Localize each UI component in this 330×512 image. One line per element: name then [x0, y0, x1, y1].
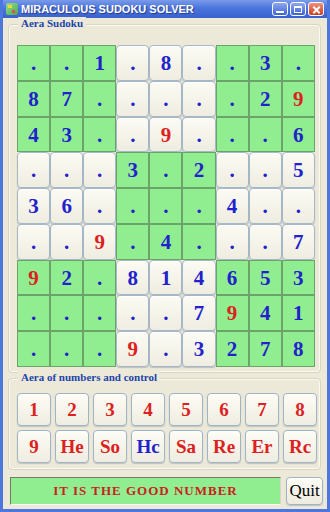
cell-r3c8[interactable]: . [249, 117, 282, 153]
given-number: 9 [128, 337, 139, 361]
window-title: MIRACULOUS SUDOKU SOLVER [21, 3, 269, 15]
given-number: 2 [194, 158, 205, 182]
cell-r5c8[interactable]: . [249, 188, 282, 224]
cell-r4c6[interactable]: 2 [182, 152, 215, 188]
minimize-icon [276, 11, 284, 13]
cell-r1c2[interactable]: . [50, 45, 83, 81]
empty-dot: . [229, 158, 234, 182]
button-Re[interactable]: Re [207, 430, 241, 463]
empty-dot: . [163, 158, 168, 182]
cell-r7c7[interactable]: 6 [216, 260, 249, 296]
given-number: 7 [61, 87, 72, 111]
cell-r6c5[interactable]: 4 [149, 224, 182, 260]
given-number: 4 [260, 301, 271, 325]
cell-r6c7[interactable]: . [216, 224, 249, 260]
given-number: 1 [161, 266, 172, 290]
empty-dot: . [64, 230, 69, 254]
button-7[interactable]: 7 [245, 393, 279, 426]
empty-dot: . [130, 194, 135, 218]
cell-r1c7[interactable]: . [216, 45, 249, 81]
app-icon [6, 3, 18, 15]
given-number: 7 [293, 230, 304, 254]
cell-r5c7[interactable]: 4 [216, 188, 249, 224]
cell-r5c1[interactable]: 3 [17, 188, 50, 224]
cell-r8c6[interactable]: 7 [182, 295, 215, 331]
empty-dot: . [163, 194, 168, 218]
quit-button[interactable]: Quit [286, 477, 323, 505]
cell-r2c9[interactable]: 9 [282, 81, 315, 117]
empty-dot: . [64, 301, 69, 325]
cell-r5c9[interactable]: . [282, 188, 315, 224]
cell-r1c9[interactable]: . [282, 45, 315, 81]
cell-r6c1[interactable]: . [17, 224, 50, 260]
empty-dot: . [196, 51, 201, 75]
cell-r2c4[interactable]: . [116, 81, 149, 117]
given-number: 8 [161, 51, 172, 75]
cell-r2c8[interactable]: 2 [249, 81, 282, 117]
empty-dot: . [229, 51, 234, 75]
cell-r6c9[interactable]: 7 [282, 224, 315, 260]
cell-r3c7[interactable]: . [216, 117, 249, 153]
cell-r3c5[interactable]: 9 [149, 117, 182, 153]
cell-r9c1[interactable]: . [17, 331, 50, 367]
cell-r7c9[interactable]: 3 [282, 260, 315, 296]
button-8[interactable]: 8 [283, 393, 317, 426]
empty-dot: . [130, 123, 135, 147]
cell-r1c1[interactable]: . [17, 45, 50, 81]
maximize-button[interactable] [290, 2, 306, 16]
sudoku-group: Aera Sudoku ..1.8..3.87.....2943..9...6.… [8, 24, 321, 373]
given-number: 6 [61, 194, 72, 218]
given-number: 7 [260, 337, 271, 361]
button-2[interactable]: 2 [55, 393, 89, 426]
cell-r9c8[interactable]: 7 [249, 331, 282, 367]
given-number: 9 [94, 230, 105, 254]
cell-r3c4[interactable]: . [116, 117, 149, 153]
given-number: 8 [28, 87, 39, 111]
given-number: 3 [293, 266, 304, 290]
cell-r5c6[interactable]: . [182, 188, 215, 224]
empty-dot: . [31, 337, 36, 361]
given-number: 7 [194, 301, 205, 325]
cell-r8c2[interactable]: . [50, 295, 83, 331]
cell-r9c9[interactable]: 8 [282, 331, 315, 367]
empty-dot: . [196, 194, 201, 218]
empty-dot: . [263, 230, 268, 254]
status-message: IT IS THE GOOD NUMBER [10, 477, 281, 505]
button-Hc[interactable]: Hc [131, 430, 165, 463]
cell-r7c6[interactable]: 4 [182, 260, 215, 296]
cell-r7c5[interactable]: 1 [149, 260, 182, 296]
cell-r7c8[interactable]: 5 [249, 260, 282, 296]
empty-dot: . [296, 51, 301, 75]
button-5[interactable]: 5 [169, 393, 203, 426]
button-4[interactable]: 4 [131, 393, 165, 426]
cell-r4c8[interactable]: . [249, 152, 282, 188]
cell-r4c3[interactable]: . [83, 152, 116, 188]
empty-dot: . [229, 230, 234, 254]
given-number: 3 [61, 123, 72, 147]
cell-r8c5[interactable]: . [149, 295, 182, 331]
given-number: 4 [28, 123, 39, 147]
empty-dot: . [296, 194, 301, 218]
cell-r9c3[interactable]: . [83, 331, 116, 367]
empty-dot: . [97, 337, 102, 361]
cell-r8c3[interactable]: . [83, 295, 116, 331]
cell-r5c2[interactable]: 6 [50, 188, 83, 224]
given-number: 9 [227, 301, 238, 325]
cell-r2c5[interactable]: . [149, 81, 182, 117]
cell-r1c8[interactable]: 3 [249, 45, 282, 81]
cell-r6c8[interactable]: . [249, 224, 282, 260]
empty-dot: . [196, 230, 201, 254]
sudoku-group-label: Aera Sudoku [18, 17, 86, 29]
cell-r9c7[interactable]: 2 [216, 331, 249, 367]
cell-r8c8[interactable]: 4 [249, 295, 282, 331]
cell-r4c7[interactable]: . [216, 152, 249, 188]
cell-r4c1[interactable]: . [17, 152, 50, 188]
empty-dot: . [196, 123, 201, 147]
empty-dot: . [163, 301, 168, 325]
cell-r7c4[interactable]: 8 [116, 260, 149, 296]
given-number: 2 [260, 87, 271, 111]
cell-r2c2[interactable]: 7 [50, 81, 83, 117]
cell-r4c2[interactable]: . [50, 152, 83, 188]
cell-r1c6[interactable]: . [182, 45, 215, 81]
cell-r2c6[interactable]: . [182, 81, 215, 117]
given-number: 1 [293, 301, 304, 325]
empty-dot: . [97, 87, 102, 111]
control-row-2: 9HeSoHcSaReErRc [17, 430, 317, 463]
button-Er[interactable]: Er [245, 430, 279, 463]
cell-r6c2[interactable]: . [50, 224, 83, 260]
cell-r2c3[interactable]: . [83, 81, 116, 117]
cell-r2c1[interactable]: 8 [17, 81, 50, 117]
button-9[interactable]: 9 [17, 430, 51, 463]
button-6[interactable]: 6 [207, 393, 241, 426]
button-3[interactable]: 3 [93, 393, 127, 426]
minimize-button[interactable] [272, 2, 288, 16]
cell-r5c3[interactable]: . [83, 188, 116, 224]
empty-dot: . [229, 123, 234, 147]
empty-dot: . [97, 123, 102, 147]
given-number: 3 [28, 194, 39, 218]
cell-r3c1[interactable]: 4 [17, 117, 50, 153]
empty-dot: . [130, 87, 135, 111]
given-number: 3 [128, 158, 139, 182]
button-Sa[interactable]: Sa [169, 430, 203, 463]
given-number: 9 [28, 266, 39, 290]
cell-r3c2[interactable]: 3 [50, 117, 83, 153]
button-Rc[interactable]: Rc [283, 430, 317, 463]
cell-r4c5[interactable]: . [149, 152, 182, 188]
given-number: 5 [260, 266, 271, 290]
empty-dot: . [31, 51, 36, 75]
empty-dot: . [163, 87, 168, 111]
cell-r7c1[interactable]: 9 [17, 260, 50, 296]
control-row-1: 12345678 [17, 393, 317, 426]
empty-dot: . [64, 158, 69, 182]
cell-r3c3[interactable]: . [83, 117, 116, 153]
cell-r4c9[interactable]: 5 [282, 152, 315, 188]
empty-dot: . [97, 194, 102, 218]
cell-r5c5[interactable]: . [149, 188, 182, 224]
cell-r7c2[interactable]: 2 [50, 260, 83, 296]
cell-r3c6[interactable]: . [182, 117, 215, 153]
cell-r3c9[interactable]: 6 [282, 117, 315, 153]
cell-r8c4[interactable]: . [116, 295, 149, 331]
button-He[interactable]: He [55, 430, 89, 463]
given-number: 9 [161, 123, 172, 147]
close-icon [309, 3, 323, 15]
empty-dot: . [130, 301, 135, 325]
cell-r1c5[interactable]: 8 [149, 45, 182, 81]
button-So[interactable]: So [93, 430, 127, 463]
cell-r9c6[interactable]: 3 [182, 331, 215, 367]
cell-r5c4[interactable]: . [116, 188, 149, 224]
empty-dot: . [263, 123, 268, 147]
cell-r4c4[interactable]: 3 [116, 152, 149, 188]
maximize-icon [294, 6, 302, 13]
empty-dot: . [97, 266, 102, 290]
button-1[interactable]: 1 [17, 393, 51, 426]
empty-dot: . [196, 87, 201, 111]
empty-dot: . [163, 337, 168, 361]
given-number: 2 [61, 266, 72, 290]
given-number: 4 [227, 194, 238, 218]
given-number: 3 [260, 51, 271, 75]
empty-dot: . [130, 230, 135, 254]
empty-dot: . [263, 158, 268, 182]
cell-r1c4[interactable]: . [116, 45, 149, 81]
given-number: 6 [227, 266, 238, 290]
cell-r8c1[interactable]: . [17, 295, 50, 331]
cell-r2c7[interactable]: . [216, 81, 249, 117]
window-body: Aera Sudoku ..1.8..3.87.....2943..9...6.… [3, 18, 327, 509]
given-number: 3 [194, 337, 205, 361]
close-button[interactable] [308, 2, 324, 16]
given-number: 5 [293, 158, 304, 182]
given-number: 1 [94, 51, 105, 75]
empty-dot: . [97, 301, 102, 325]
app-window: MIRACULOUS SUDOKU SOLVER Aera Sudoku ..1… [0, 0, 330, 512]
empty-dot: . [31, 301, 36, 325]
cell-r6c4[interactable]: . [116, 224, 149, 260]
cell-r9c4[interactable]: 9 [116, 331, 149, 367]
given-number: 2 [227, 337, 238, 361]
empty-dot: . [64, 337, 69, 361]
empty-dot: . [31, 158, 36, 182]
cell-r1c3[interactable]: 1 [83, 45, 116, 81]
cell-r6c6[interactable]: . [182, 224, 215, 260]
controls-group-label: Aera of numbers and control [18, 371, 160, 383]
given-number: 9 [293, 87, 304, 111]
cell-r9c2[interactable]: . [50, 331, 83, 367]
window-controls [272, 2, 324, 16]
sudoku-board: ..1.8..3.87.....2943..9...6...3.2..536..… [17, 45, 315, 367]
empty-dot: . [263, 194, 268, 218]
empty-dot: . [31, 230, 36, 254]
given-number: 8 [293, 337, 304, 361]
cell-r8c9[interactable]: 1 [282, 295, 315, 331]
given-number: 4 [161, 230, 172, 254]
given-number: 6 [293, 123, 304, 147]
empty-dot: . [229, 87, 234, 111]
empty-dot: . [97, 158, 102, 182]
cell-r8c7[interactable]: 9 [216, 295, 249, 331]
controls-group: Aera of numbers and control 12345678 9He… [8, 378, 321, 470]
empty-dot: . [64, 51, 69, 75]
given-number: 8 [128, 266, 139, 290]
given-number: 4 [194, 266, 205, 290]
empty-dot: . [130, 51, 135, 75]
cell-r9c5[interactable]: . [149, 331, 182, 367]
cell-r6c3[interactable]: 9 [83, 224, 116, 260]
titlebar[interactable]: MIRACULOUS SUDOKU SOLVER [3, 0, 327, 18]
cell-r7c3[interactable]: . [83, 260, 116, 296]
